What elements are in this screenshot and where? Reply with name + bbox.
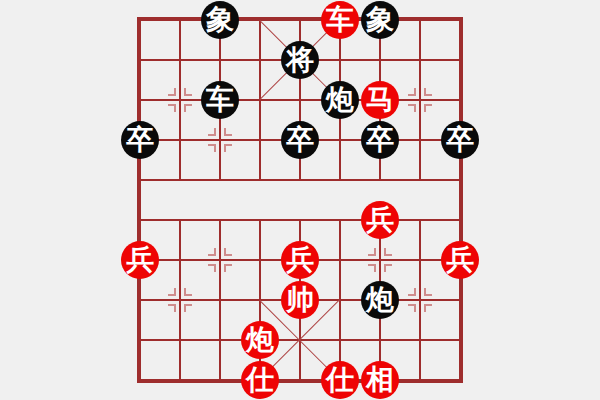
piece-black-cannon[interactable]: 炮 — [321, 81, 359, 119]
piece-red-pawn[interactable]: 兵 — [361, 201, 399, 239]
piece-red-cannon[interactable]: 炮 — [241, 321, 279, 359]
piece-black-pawn[interactable]: 卒 — [281, 121, 319, 159]
piece-red-advisor[interactable]: 仕 — [241, 361, 279, 399]
piece-black-chariot[interactable]: 车 — [201, 81, 239, 119]
xiangqi-board[interactable]: 象车象将车炮马卒卒卒卒兵兵兵兵帅炮炮仕仕相 — [0, 0, 600, 400]
piece-black-cannon[interactable]: 炮 — [361, 281, 399, 319]
piece-red-horse[interactable]: 马 — [361, 81, 399, 119]
piece-red-elephant[interactable]: 相 — [361, 361, 399, 399]
piece-black-general[interactable]: 将 — [281, 41, 319, 79]
piece-red-chariot[interactable]: 车 — [321, 1, 359, 39]
piece-red-pawn[interactable]: 兵 — [121, 241, 159, 279]
piece-black-pawn[interactable]: 卒 — [121, 121, 159, 159]
pieces-grid: 象车象将车炮马卒卒卒卒兵兵兵兵帅炮炮仕仕相 — [120, 0, 480, 400]
piece-black-elephant[interactable]: 象 — [361, 1, 399, 39]
piece-black-pawn[interactable]: 卒 — [361, 121, 399, 159]
piece-black-elephant[interactable]: 象 — [201, 1, 239, 39]
piece-red-pawn[interactable]: 兵 — [281, 241, 319, 279]
piece-black-pawn[interactable]: 卒 — [441, 121, 479, 159]
piece-red-pawn[interactable]: 兵 — [441, 241, 479, 279]
piece-red-advisor[interactable]: 仕 — [321, 361, 359, 399]
piece-red-general[interactable]: 帅 — [281, 281, 319, 319]
